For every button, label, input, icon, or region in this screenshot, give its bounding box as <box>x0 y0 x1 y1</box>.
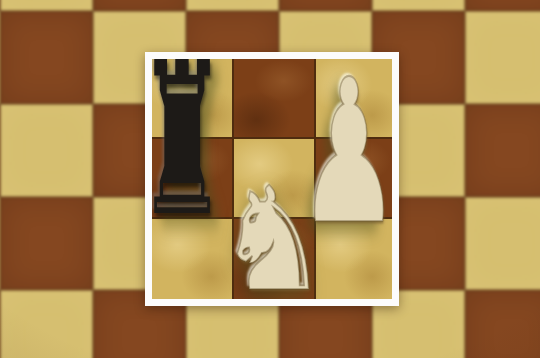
bg-dark-square <box>465 290 540 358</box>
bg-light-square <box>186 0 279 11</box>
bg-light-square <box>372 0 465 11</box>
bg-dark-square <box>465 104 540 197</box>
bg-light-square <box>0 290 93 358</box>
bg-dark-square <box>93 0 186 11</box>
bg-dark-square <box>465 0 540 11</box>
board-square-light <box>316 219 392 299</box>
board-square-light <box>152 59 232 137</box>
bg-dark-square <box>0 11 93 104</box>
bg-light-square <box>465 197 540 290</box>
board-square-dark <box>234 219 314 299</box>
bg-light-square <box>0 0 93 11</box>
board-square-dark <box>316 139 392 217</box>
bg-dark-square <box>279 0 372 11</box>
bg-dark-square <box>0 197 93 290</box>
board-square-dark <box>234 59 314 137</box>
bg-light-square <box>465 11 540 104</box>
board-square-dark <box>152 139 232 217</box>
scene: ♜♟♞ <box>0 0 540 358</box>
game-thumbnail-card[interactable]: ♜♟♞ <box>145 52 399 306</box>
board-square-light <box>234 139 314 217</box>
board-square-light <box>152 219 232 299</box>
board-square-light <box>316 59 392 137</box>
bg-light-square <box>0 104 93 197</box>
closeup-chessboard <box>152 59 392 299</box>
